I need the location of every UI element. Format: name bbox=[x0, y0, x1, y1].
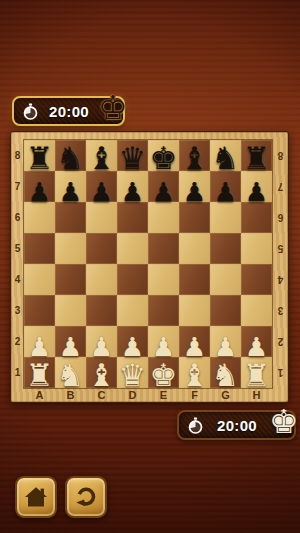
square-h3[interactable] bbox=[241, 295, 272, 326]
square-b2[interactable]: ♟ bbox=[55, 326, 86, 357]
white-knight[interactable]: ♞ bbox=[212, 360, 240, 391]
black-pawn[interactable]: ♟ bbox=[90, 179, 113, 205]
square-c4[interactable] bbox=[86, 264, 117, 295]
white-queen[interactable]: ♛ bbox=[119, 360, 147, 391]
square-g2[interactable]: ♟ bbox=[210, 326, 241, 357]
rank-label-5: 5 bbox=[272, 233, 289, 264]
square-a2[interactable]: ♟ bbox=[24, 326, 55, 357]
rank-labels-left: 87654321 bbox=[11, 140, 24, 388]
rank-labels-right: 87654321 bbox=[272, 140, 289, 388]
black-pawn[interactable]: ♟ bbox=[245, 179, 268, 205]
square-g1[interactable]: ♞ bbox=[210, 357, 241, 388]
square-a4[interactable] bbox=[24, 264, 55, 295]
square-d1[interactable]: ♛ bbox=[117, 357, 148, 388]
square-e2[interactable]: ♟ bbox=[148, 326, 179, 357]
square-h2[interactable]: ♟ bbox=[241, 326, 272, 357]
rank-label-3: 3 bbox=[272, 295, 289, 326]
black-bishop[interactable]: ♝ bbox=[88, 143, 116, 174]
square-f3[interactable] bbox=[179, 295, 210, 326]
rank-label-7: 7 bbox=[11, 171, 24, 202]
white-king[interactable]: ♚ bbox=[150, 360, 178, 391]
square-c2[interactable]: ♟ bbox=[86, 326, 117, 357]
black-timer-badge: 20:00 ♚ bbox=[12, 96, 125, 126]
square-e5[interactable] bbox=[148, 233, 179, 264]
square-g8[interactable]: ♞ bbox=[210, 140, 241, 171]
square-c5[interactable] bbox=[86, 233, 117, 264]
rank-label-2: 2 bbox=[11, 326, 24, 357]
square-c3[interactable] bbox=[86, 295, 117, 326]
square-b8[interactable]: ♞ bbox=[55, 140, 86, 171]
square-e3[interactable] bbox=[148, 295, 179, 326]
square-c1[interactable]: ♝ bbox=[86, 357, 117, 388]
white-bishop[interactable]: ♝ bbox=[88, 360, 116, 391]
white-timer-value: 20:00 bbox=[205, 417, 269, 434]
white-bishop[interactable]: ♝ bbox=[181, 360, 209, 391]
rank-label-3: 3 bbox=[11, 295, 24, 326]
rank-label-1: 1 bbox=[11, 357, 24, 388]
stopwatch-icon bbox=[21, 102, 40, 121]
square-f8[interactable]: ♝ bbox=[179, 140, 210, 171]
square-c8[interactable]: ♝ bbox=[86, 140, 117, 171]
white-rook[interactable]: ♜ bbox=[243, 360, 271, 391]
square-f1[interactable]: ♝ bbox=[179, 357, 210, 388]
square-f4[interactable] bbox=[179, 264, 210, 295]
square-d3[interactable] bbox=[117, 295, 148, 326]
restart-button[interactable] bbox=[65, 476, 107, 518]
rank-label-4: 4 bbox=[272, 264, 289, 295]
black-pawn[interactable]: ♟ bbox=[121, 179, 144, 205]
black-knight[interactable]: ♞ bbox=[212, 143, 240, 174]
rank-label-6: 6 bbox=[11, 202, 24, 233]
square-b1[interactable]: ♞ bbox=[55, 357, 86, 388]
black-knight[interactable]: ♞ bbox=[57, 143, 85, 174]
stopwatch-icon bbox=[186, 416, 205, 435]
rank-label-8: 8 bbox=[11, 140, 24, 171]
white-knight[interactable]: ♞ bbox=[57, 360, 85, 391]
black-pawn[interactable]: ♟ bbox=[214, 179, 237, 205]
chess-board: 87654321 87654321 ABCDEFGH ♜♞♝♛♚♝♞♜♟♟♟♟♟… bbox=[10, 131, 289, 403]
black-king[interactable]: ♚ bbox=[150, 143, 178, 174]
rank-label-1: 1 bbox=[272, 357, 289, 388]
black-rook[interactable]: ♜ bbox=[26, 143, 54, 174]
home-icon bbox=[23, 484, 49, 510]
square-b3[interactable] bbox=[55, 295, 86, 326]
restart-icon bbox=[73, 484, 99, 510]
square-g3[interactable] bbox=[210, 295, 241, 326]
black-pawn[interactable]: ♟ bbox=[183, 179, 206, 205]
square-a1[interactable]: ♜ bbox=[24, 357, 55, 388]
black-rook[interactable]: ♜ bbox=[243, 143, 271, 174]
square-e8[interactable]: ♚ bbox=[148, 140, 179, 171]
rank-label-2: 2 bbox=[272, 326, 289, 357]
square-b5[interactable] bbox=[55, 233, 86, 264]
board-squares: ♜♞♝♛♚♝♞♜♟♟♟♟♟♟♟♟♟♟♟♟♟♟♟♟♜♞♝♛♚♝♞♜ bbox=[24, 140, 272, 388]
black-pawn[interactable]: ♟ bbox=[28, 179, 51, 205]
white-timer-badge: 20:00 ♚ bbox=[177, 410, 296, 440]
square-g5[interactable] bbox=[210, 233, 241, 264]
square-d5[interactable] bbox=[117, 233, 148, 264]
black-bishop[interactable]: ♝ bbox=[181, 143, 209, 174]
rank-label-8: 8 bbox=[272, 140, 289, 171]
square-b4[interactable] bbox=[55, 264, 86, 295]
rank-label-4: 4 bbox=[11, 264, 24, 295]
black-king-icon: ♚ bbox=[98, 91, 122, 124]
square-h5[interactable] bbox=[241, 233, 272, 264]
black-timer-value: 20:00 bbox=[40, 103, 98, 120]
home-button[interactable] bbox=[15, 476, 57, 518]
square-h1[interactable]: ♜ bbox=[241, 357, 272, 388]
square-g4[interactable] bbox=[210, 264, 241, 295]
black-pawn[interactable]: ♟ bbox=[59, 179, 82, 205]
rank-label-7: 7 bbox=[272, 171, 289, 202]
square-e4[interactable] bbox=[148, 264, 179, 295]
rank-label-6: 6 bbox=[272, 202, 289, 233]
square-f2[interactable]: ♟ bbox=[179, 326, 210, 357]
square-a5[interactable] bbox=[24, 233, 55, 264]
black-pawn[interactable]: ♟ bbox=[152, 179, 175, 205]
rank-label-5: 5 bbox=[11, 233, 24, 264]
square-a3[interactable] bbox=[24, 295, 55, 326]
square-f5[interactable] bbox=[179, 233, 210, 264]
square-a8[interactable]: ♜ bbox=[24, 140, 55, 171]
square-h4[interactable] bbox=[241, 264, 272, 295]
square-d4[interactable] bbox=[117, 264, 148, 295]
square-d2[interactable]: ♟ bbox=[117, 326, 148, 357]
white-king-icon: ♚ bbox=[269, 405, 293, 438]
square-h8[interactable]: ♜ bbox=[241, 140, 272, 171]
square-e1[interactable]: ♚ bbox=[148, 357, 179, 388]
black-queen[interactable]: ♛ bbox=[119, 143, 147, 174]
white-rook[interactable]: ♜ bbox=[26, 360, 54, 391]
square-d8[interactable]: ♛ bbox=[117, 140, 148, 171]
app-screen: 20:00 ♚ 87654321 87654321 ABCDEFGH ♜♞♝♛♚… bbox=[0, 0, 300, 533]
